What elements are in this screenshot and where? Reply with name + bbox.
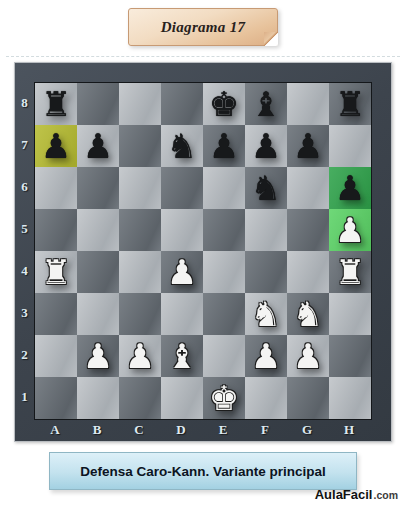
square-h4: ♜ xyxy=(329,251,371,293)
rank-label-2: 2 xyxy=(15,334,34,376)
white-pawn: ♟ xyxy=(335,213,365,247)
black-bishop: ♝ xyxy=(251,87,281,121)
black-rook: ♜ xyxy=(335,87,365,121)
rank-label-6: 6 xyxy=(15,166,34,208)
white-rook: ♜ xyxy=(41,255,71,289)
square-a3 xyxy=(35,293,77,335)
square-b8 xyxy=(77,83,119,125)
rank-label-7: 7 xyxy=(15,124,34,166)
black-knight: ♞ xyxy=(167,129,197,163)
square-a6 xyxy=(35,167,77,209)
square-a1 xyxy=(35,377,77,419)
file-label-f: F xyxy=(244,418,286,441)
rank-label-3: 3 xyxy=(15,292,34,334)
square-h6: ♟ xyxy=(329,167,371,209)
file-label-b: B xyxy=(76,418,118,441)
square-f8: ♝ xyxy=(245,83,287,125)
black-pawn: ♟ xyxy=(335,171,365,205)
black-king: ♚ xyxy=(209,87,239,121)
square-c7 xyxy=(119,125,161,167)
caption-text: Defensa Caro-Kann. Variante principal xyxy=(80,464,325,479)
square-e1: ♚ xyxy=(203,377,245,419)
file-label-c: C xyxy=(118,418,160,441)
square-h7 xyxy=(329,125,371,167)
square-f6: ♞ xyxy=(245,167,287,209)
lesson-page: Diagrama 17 87654321 ♜♚♝♜♟♟♞♟♟♟♞♟♟♜♟♜♞♞♟… xyxy=(0,0,406,505)
file-label-a: A xyxy=(34,418,76,441)
square-f7: ♟ xyxy=(245,125,287,167)
square-g2: ♟ xyxy=(287,335,329,377)
square-a2 xyxy=(35,335,77,377)
square-d2: ♝ xyxy=(161,335,203,377)
square-g1 xyxy=(287,377,329,419)
rank-labels: 87654321 xyxy=(15,82,34,418)
square-f1 xyxy=(245,377,287,419)
square-g8 xyxy=(287,83,329,125)
square-b3 xyxy=(77,293,119,335)
black-pawn: ♟ xyxy=(41,129,71,163)
rank-label-8: 8 xyxy=(15,82,34,124)
white-pawn: ♟ xyxy=(167,255,197,289)
black-knight: ♞ xyxy=(251,171,281,205)
square-d1 xyxy=(161,377,203,419)
square-c1 xyxy=(119,377,161,419)
white-pawn: ♟ xyxy=(83,339,113,373)
diagram-title-plaque: Diagrama 17 xyxy=(128,8,278,46)
white-pawn: ♟ xyxy=(125,339,155,373)
square-g3: ♞ xyxy=(287,293,329,335)
square-f3: ♞ xyxy=(245,293,287,335)
brand-name: AulaFacil xyxy=(315,487,373,502)
square-c4 xyxy=(119,251,161,293)
white-pawn: ♟ xyxy=(251,339,281,373)
square-e5 xyxy=(203,209,245,251)
square-b7: ♟ xyxy=(77,125,119,167)
square-h5: ♟ xyxy=(329,209,371,251)
square-g5 xyxy=(287,209,329,251)
square-e8: ♚ xyxy=(203,83,245,125)
black-pawn: ♟ xyxy=(251,129,281,163)
white-bishop: ♝ xyxy=(167,339,197,373)
square-d6 xyxy=(161,167,203,209)
square-c5 xyxy=(119,209,161,251)
square-d5 xyxy=(161,209,203,251)
square-f5 xyxy=(245,209,287,251)
square-h2 xyxy=(329,335,371,377)
square-e7: ♟ xyxy=(203,125,245,167)
black-rook: ♜ xyxy=(41,87,71,121)
black-pawn: ♟ xyxy=(209,129,239,163)
file-label-d: D xyxy=(160,418,202,441)
diagram-title: Diagrama 17 xyxy=(161,19,246,36)
rank-label-1: 1 xyxy=(15,376,34,418)
square-h1 xyxy=(329,377,371,419)
square-c6 xyxy=(119,167,161,209)
square-b2: ♟ xyxy=(77,335,119,377)
square-f2: ♟ xyxy=(245,335,287,377)
square-g7: ♟ xyxy=(287,125,329,167)
square-c3 xyxy=(119,293,161,335)
square-c2: ♟ xyxy=(119,335,161,377)
square-e3 xyxy=(203,293,245,335)
square-b5 xyxy=(77,209,119,251)
square-d4: ♟ xyxy=(161,251,203,293)
chess-board: 87654321 ♜♚♝♜♟♟♞♟♟♟♞♟♟♜♟♜♞♞♟♟♝♟♟♚ ABCDEF… xyxy=(14,62,392,442)
square-e4 xyxy=(203,251,245,293)
square-h3 xyxy=(329,293,371,335)
square-e2 xyxy=(203,335,245,377)
site-branding: AulaFacil .com xyxy=(315,487,398,502)
white-rook: ♜ xyxy=(335,255,365,289)
file-label-h: H xyxy=(328,418,370,441)
file-labels: ABCDEFGH xyxy=(34,418,370,441)
rank-label-5: 5 xyxy=(15,208,34,250)
divider-line xyxy=(6,56,400,57)
square-b1 xyxy=(77,377,119,419)
square-a7: ♟ xyxy=(35,125,77,167)
caption-box: Defensa Caro-Kann. Variante principal xyxy=(49,452,357,490)
black-pawn: ♟ xyxy=(83,129,113,163)
board-squares: ♜♚♝♜♟♟♞♟♟♟♞♟♟♜♟♜♞♞♟♟♝♟♟♚ xyxy=(34,82,372,420)
square-d8 xyxy=(161,83,203,125)
square-d7: ♞ xyxy=(161,125,203,167)
file-label-e: E xyxy=(202,418,244,441)
white-knight: ♞ xyxy=(293,297,323,331)
square-g4 xyxy=(287,251,329,293)
brand-tld: .com xyxy=(373,489,398,501)
page-fold-corner xyxy=(264,32,278,46)
white-king: ♚ xyxy=(209,381,239,415)
rank-label-4: 4 xyxy=(15,250,34,292)
square-a8: ♜ xyxy=(35,83,77,125)
white-knight: ♞ xyxy=(251,297,281,331)
square-a4: ♜ xyxy=(35,251,77,293)
square-c8 xyxy=(119,83,161,125)
square-a5 xyxy=(35,209,77,251)
square-d3 xyxy=(161,293,203,335)
square-h8: ♜ xyxy=(329,83,371,125)
square-b4 xyxy=(77,251,119,293)
square-g6 xyxy=(287,167,329,209)
square-f4 xyxy=(245,251,287,293)
square-e6 xyxy=(203,167,245,209)
square-b6 xyxy=(77,167,119,209)
black-pawn: ♟ xyxy=(293,129,323,163)
white-pawn: ♟ xyxy=(293,339,323,373)
file-label-g: G xyxy=(286,418,328,441)
